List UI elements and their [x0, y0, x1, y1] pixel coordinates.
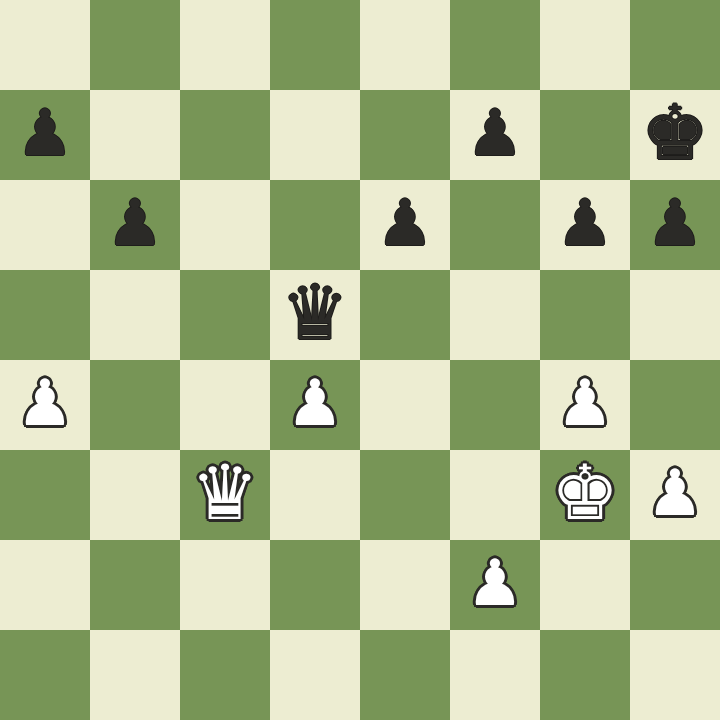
- square-e1[interactable]: [360, 630, 450, 720]
- square-h4[interactable]: [630, 360, 720, 450]
- square-g2[interactable]: [540, 540, 630, 630]
- square-e7[interactable]: [360, 90, 450, 180]
- white-queen[interactable]: ♛: [191, 455, 259, 531]
- square-g4[interactable]: ♟: [540, 360, 630, 450]
- square-d8[interactable]: [270, 0, 360, 90]
- square-e4[interactable]: [360, 360, 450, 450]
- square-c8[interactable]: [180, 0, 270, 90]
- black-king[interactable]: ♚: [641, 95, 709, 171]
- square-f1[interactable]: [450, 630, 540, 720]
- square-h3[interactable]: ♟: [630, 450, 720, 540]
- square-e5[interactable]: [360, 270, 450, 360]
- square-c4[interactable]: [180, 360, 270, 450]
- black-pawn[interactable]: ♟: [16, 101, 73, 165]
- square-c2[interactable]: [180, 540, 270, 630]
- square-b8[interactable]: [90, 0, 180, 90]
- white-pawn[interactable]: ♟: [556, 371, 613, 435]
- square-a5[interactable]: [0, 270, 90, 360]
- square-a1[interactable]: [0, 630, 90, 720]
- square-b5[interactable]: [90, 270, 180, 360]
- square-g3[interactable]: ♚: [540, 450, 630, 540]
- square-f4[interactable]: [450, 360, 540, 450]
- square-d3[interactable]: [270, 450, 360, 540]
- square-g1[interactable]: [540, 630, 630, 720]
- black-pawn[interactable]: ♟: [646, 191, 703, 255]
- square-c1[interactable]: [180, 630, 270, 720]
- square-g7[interactable]: [540, 90, 630, 180]
- chess-board: ♟♟♚♟♟♟♟♛♟♟♟♛♚♟♟: [0, 0, 720, 720]
- black-pawn[interactable]: ♟: [466, 101, 523, 165]
- black-pawn[interactable]: ♟: [376, 191, 433, 255]
- square-e8[interactable]: [360, 0, 450, 90]
- square-a4[interactable]: ♟: [0, 360, 90, 450]
- square-e2[interactable]: [360, 540, 450, 630]
- square-f8[interactable]: [450, 0, 540, 90]
- square-g6[interactable]: ♟: [540, 180, 630, 270]
- square-f2[interactable]: ♟: [450, 540, 540, 630]
- square-b2[interactable]: [90, 540, 180, 630]
- square-b3[interactable]: [90, 450, 180, 540]
- square-d4[interactable]: ♟: [270, 360, 360, 450]
- square-h5[interactable]: [630, 270, 720, 360]
- square-a7[interactable]: ♟: [0, 90, 90, 180]
- square-b4[interactable]: [90, 360, 180, 450]
- square-a8[interactable]: [0, 0, 90, 90]
- square-a2[interactable]: [0, 540, 90, 630]
- square-b6[interactable]: ♟: [90, 180, 180, 270]
- white-king[interactable]: ♚: [551, 455, 619, 531]
- white-pawn[interactable]: ♟: [466, 551, 523, 615]
- square-f5[interactable]: [450, 270, 540, 360]
- square-h8[interactable]: [630, 0, 720, 90]
- square-a6[interactable]: [0, 180, 90, 270]
- square-g5[interactable]: [540, 270, 630, 360]
- white-pawn[interactable]: ♟: [16, 371, 73, 435]
- square-h1[interactable]: [630, 630, 720, 720]
- square-c3[interactable]: ♛: [180, 450, 270, 540]
- square-c6[interactable]: [180, 180, 270, 270]
- square-h7[interactable]: ♚: [630, 90, 720, 180]
- square-e3[interactable]: [360, 450, 450, 540]
- square-d1[interactable]: [270, 630, 360, 720]
- black-queen[interactable]: ♛: [281, 275, 349, 351]
- white-pawn[interactable]: ♟: [286, 371, 343, 435]
- square-d6[interactable]: [270, 180, 360, 270]
- square-f6[interactable]: [450, 180, 540, 270]
- square-h2[interactable]: [630, 540, 720, 630]
- black-pawn[interactable]: ♟: [556, 191, 613, 255]
- square-b7[interactable]: [90, 90, 180, 180]
- white-pawn[interactable]: ♟: [646, 461, 703, 525]
- square-d2[interactable]: [270, 540, 360, 630]
- square-a3[interactable]: [0, 450, 90, 540]
- square-d7[interactable]: [270, 90, 360, 180]
- square-c5[interactable]: [180, 270, 270, 360]
- square-h6[interactable]: ♟: [630, 180, 720, 270]
- square-e6[interactable]: ♟: [360, 180, 450, 270]
- square-d5[interactable]: ♛: [270, 270, 360, 360]
- black-pawn[interactable]: ♟: [106, 191, 163, 255]
- square-f3[interactable]: [450, 450, 540, 540]
- square-g8[interactable]: [540, 0, 630, 90]
- square-c7[interactable]: [180, 90, 270, 180]
- square-b1[interactable]: [90, 630, 180, 720]
- square-f7[interactable]: ♟: [450, 90, 540, 180]
